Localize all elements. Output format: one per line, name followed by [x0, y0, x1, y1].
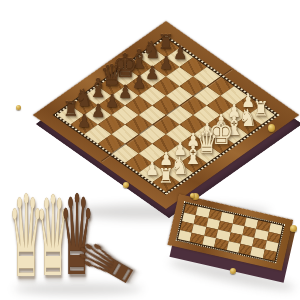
brass-hinge-icon	[16, 105, 21, 110]
brass-clasp-icon	[190, 193, 195, 198]
brass-clasp-icon	[123, 182, 129, 188]
main-chessboard	[33, 21, 299, 209]
spare-piece-black-queen-standing: ♛	[59, 181, 94, 292]
spare-pieces-shadow	[14, 283, 142, 295]
brass-clasp-icon	[268, 124, 275, 132]
brass-clasp-icon	[290, 225, 297, 232]
spare-piece-white-queen-standing: ♛	[35, 182, 70, 293]
brass-hinge-icon	[230, 268, 236, 274]
spare-piece-white-queen-standing: ♛	[8, 181, 44, 294]
product-photo: ♜♞♝♛♚♝♞♜♟♟♟♟♟♟♟♟♟♟♟♟♟♟♟♟♜♞♝♛♚♝♞♜ ♛♛♛♛	[0, 0, 300, 300]
lid-square	[263, 249, 277, 261]
